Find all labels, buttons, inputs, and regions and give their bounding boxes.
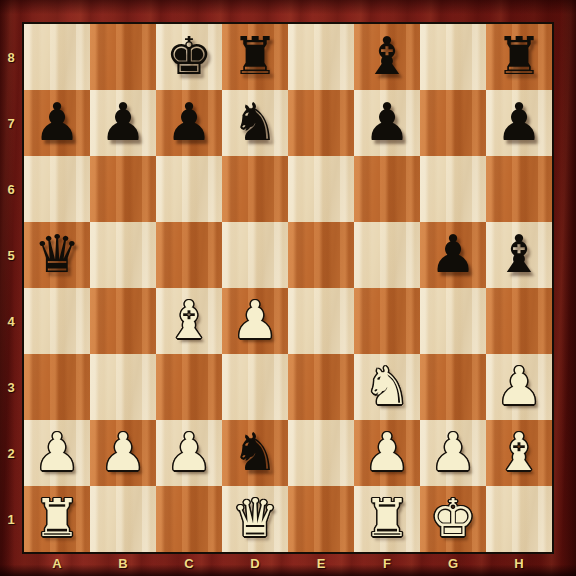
piece-black-rook[interactable]: ♜: [496, 30, 543, 82]
square-h2[interactable]: ♝: [486, 420, 552, 486]
piece-black-bishop[interactable]: ♝: [364, 30, 411, 82]
piece-white-king[interactable]: ♚: [430, 492, 477, 544]
square-f4[interactable]: [354, 288, 420, 354]
piece-white-pawn[interactable]: ♟: [496, 360, 543, 412]
square-h8[interactable]: ♜: [486, 24, 552, 90]
rank-label-6: 6: [0, 156, 22, 222]
file-labels: ABCDEFGH: [24, 552, 552, 574]
square-f1[interactable]: ♜: [354, 486, 420, 552]
square-b4[interactable]: [90, 288, 156, 354]
square-d4[interactable]: ♟: [222, 288, 288, 354]
square-c5[interactable]: [156, 222, 222, 288]
square-g4[interactable]: [420, 288, 486, 354]
square-b2[interactable]: ♟: [90, 420, 156, 486]
square-h5[interactable]: ♝: [486, 222, 552, 288]
square-b5[interactable]: [90, 222, 156, 288]
square-g2[interactable]: ♟: [420, 420, 486, 486]
piece-white-pawn[interactable]: ♟: [232, 294, 279, 346]
piece-black-pawn[interactable]: ♟: [100, 96, 147, 148]
square-a1[interactable]: ♜: [24, 486, 90, 552]
square-h1[interactable]: [486, 486, 552, 552]
square-a7[interactable]: ♟: [24, 90, 90, 156]
rank-labels: 87654321: [0, 24, 22, 552]
rank-label-5: 5: [0, 222, 22, 288]
file-label-g: G: [420, 552, 486, 574]
square-a2[interactable]: ♟: [24, 420, 90, 486]
square-f7[interactable]: ♟: [354, 90, 420, 156]
square-d5[interactable]: [222, 222, 288, 288]
square-e7[interactable]: [288, 90, 354, 156]
piece-black-pawn[interactable]: ♟: [166, 96, 213, 148]
square-d7[interactable]: ♞: [222, 90, 288, 156]
square-f2[interactable]: ♟: [354, 420, 420, 486]
square-f5[interactable]: [354, 222, 420, 288]
square-e2[interactable]: [288, 420, 354, 486]
piece-black-rook[interactable]: ♜: [232, 30, 279, 82]
square-h7[interactable]: ♟: [486, 90, 552, 156]
piece-black-knight[interactable]: ♞: [232, 96, 279, 148]
piece-white-bishop[interactable]: ♝: [166, 294, 213, 346]
square-d6[interactable]: [222, 156, 288, 222]
square-e5[interactable]: [288, 222, 354, 288]
file-label-b: B: [90, 552, 156, 574]
piece-white-pawn[interactable]: ♟: [166, 426, 213, 478]
file-label-f: F: [354, 552, 420, 574]
piece-white-rook[interactable]: ♜: [364, 492, 411, 544]
square-h4[interactable]: [486, 288, 552, 354]
piece-white-rook[interactable]: ♜: [34, 492, 81, 544]
square-e4[interactable]: [288, 288, 354, 354]
square-b3[interactable]: [90, 354, 156, 420]
square-f3[interactable]: ♞: [354, 354, 420, 420]
square-c8[interactable]: ♚: [156, 24, 222, 90]
file-label-a: A: [24, 552, 90, 574]
square-a8[interactable]: [24, 24, 90, 90]
square-d8[interactable]: ♜: [222, 24, 288, 90]
piece-black-pawn[interactable]: ♟: [364, 96, 411, 148]
square-b1[interactable]: [90, 486, 156, 552]
piece-white-pawn[interactable]: ♟: [364, 426, 411, 478]
square-b7[interactable]: ♟: [90, 90, 156, 156]
square-a6[interactable]: [24, 156, 90, 222]
square-e3[interactable]: [288, 354, 354, 420]
piece-black-knight[interactable]: ♞: [232, 426, 279, 478]
square-d2[interactable]: ♞: [222, 420, 288, 486]
piece-white-pawn[interactable]: ♟: [100, 426, 147, 478]
square-f6[interactable]: [354, 156, 420, 222]
square-c2[interactable]: ♟: [156, 420, 222, 486]
file-label-d: D: [222, 552, 288, 574]
square-b6[interactable]: [90, 156, 156, 222]
square-f8[interactable]: ♝: [354, 24, 420, 90]
square-h3[interactable]: ♟: [486, 354, 552, 420]
file-label-e: E: [288, 552, 354, 574]
square-d1[interactable]: ♛: [222, 486, 288, 552]
square-g1[interactable]: ♚: [420, 486, 486, 552]
piece-white-knight[interactable]: ♞: [364, 360, 411, 412]
square-g6[interactable]: [420, 156, 486, 222]
piece-black-pawn[interactable]: ♟: [496, 96, 543, 148]
square-a3[interactable]: [24, 354, 90, 420]
square-c4[interactable]: ♝: [156, 288, 222, 354]
square-c3[interactable]: [156, 354, 222, 420]
file-label-c: C: [156, 552, 222, 574]
square-c7[interactable]: ♟: [156, 90, 222, 156]
square-e6[interactable]: [288, 156, 354, 222]
square-c1[interactable]: [156, 486, 222, 552]
rank-label-2: 2: [0, 420, 22, 486]
square-g7[interactable]: [420, 90, 486, 156]
piece-white-queen[interactable]: ♛: [232, 492, 279, 544]
square-g8[interactable]: [420, 24, 486, 90]
chess-board: ♚♜♝♜♟♟♟♞♟♟♛♟♝♝♟♞♟♟♟♟♞♟♟♝♜♛♜♚: [22, 22, 554, 554]
square-g3[interactable]: [420, 354, 486, 420]
piece-white-bishop[interactable]: ♝: [496, 426, 543, 478]
square-a5[interactable]: ♛: [24, 222, 90, 288]
square-e1[interactable]: [288, 486, 354, 552]
rank-label-3: 3: [0, 354, 22, 420]
rank-label-1: 1: [0, 486, 22, 552]
square-e8[interactable]: [288, 24, 354, 90]
rank-label-8: 8: [0, 24, 22, 90]
piece-white-pawn[interactable]: ♟: [34, 426, 81, 478]
square-c6[interactable]: [156, 156, 222, 222]
square-a4[interactable]: [24, 288, 90, 354]
piece-black-bishop[interactable]: ♝: [496, 228, 543, 280]
piece-black-pawn[interactable]: ♟: [430, 228, 477, 280]
rank-label-7: 7: [0, 90, 22, 156]
square-d3[interactable]: [222, 354, 288, 420]
square-b8[interactable]: [90, 24, 156, 90]
square-h6[interactable]: [486, 156, 552, 222]
piece-black-queen[interactable]: ♛: [34, 228, 81, 280]
piece-white-pawn[interactable]: ♟: [430, 426, 477, 478]
file-label-h: H: [486, 552, 552, 574]
rank-label-4: 4: [0, 288, 22, 354]
square-g5[interactable]: ♟: [420, 222, 486, 288]
piece-black-pawn[interactable]: ♟: [34, 96, 81, 148]
piece-black-king[interactable]: ♚: [166, 30, 213, 82]
